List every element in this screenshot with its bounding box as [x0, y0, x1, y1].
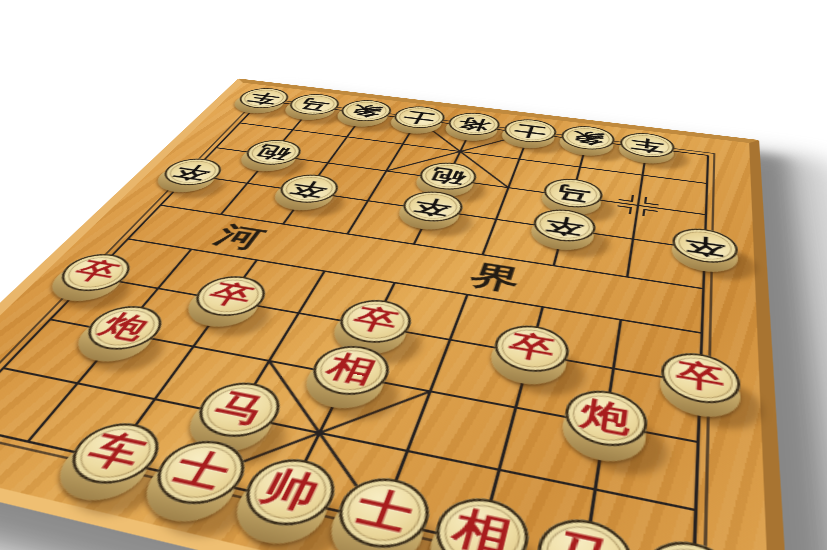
piece-character: 车 [244, 91, 283, 106]
piece-character: 卒 [286, 178, 331, 199]
piece-character: 马 [553, 182, 593, 204]
piece-character: 卒 [203, 281, 258, 311]
piece-character: 帅 [255, 466, 325, 516]
piece-character: 车 [80, 430, 152, 476]
piece-character: 象 [347, 103, 385, 119]
piece-character: 士 [512, 122, 548, 139]
piece-character: 马 [207, 388, 272, 429]
piece-character: 卒 [543, 214, 585, 238]
piece-character: 车 [629, 136, 664, 154]
piece-character: 卒 [675, 359, 724, 397]
piece-character: 将 [455, 116, 492, 133]
piece-character: 炮 [95, 311, 156, 344]
piece-character: 卒 [411, 195, 455, 218]
piece-character: 马 [552, 528, 617, 550]
piece-character: 士 [350, 486, 418, 538]
piece-character: 相 [448, 506, 515, 550]
scene: 河界车马象士将士象车砲砲马卒卒卒卒卒卒卒卒卒卒炮相炮马车士帅士相马车 [0, 0, 827, 550]
piece-character: 相 [322, 351, 380, 388]
piece-character: 士 [166, 448, 237, 496]
piece-character: 象 [570, 129, 606, 147]
piece-character: 卒 [349, 305, 403, 337]
piece-character: 炮 [578, 397, 633, 439]
piece-character: 士 [401, 109, 438, 125]
piece-character: 卒 [506, 331, 558, 366]
piece-character: 砲 [252, 143, 295, 162]
piece-character: 马 [295, 97, 333, 112]
piece-character: 卒 [68, 258, 125, 286]
piece-character: 卒 [169, 162, 215, 182]
xiangqi-board: 河界车马象士将士象车砲砲马卒卒卒卒卒卒卒卒卒卒炮相炮马车士帅士相马车 [0, 78, 794, 550]
piece-character: 卒 [684, 233, 725, 259]
piece-character: 砲 [427, 166, 468, 186]
